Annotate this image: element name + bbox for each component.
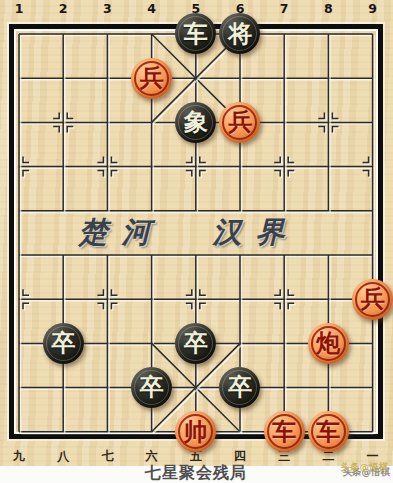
piece-red-chariot[interactable]: 车 [308, 411, 349, 452]
watermark: 头条@悟棋 头条@悟棋 [331, 458, 391, 480]
piece-black-elephant[interactable]: 象 [175, 102, 216, 143]
piece-red-chariot[interactable]: 车 [264, 411, 305, 452]
watermark-text: 头条@悟棋 [341, 461, 389, 474]
piece-red-soldier[interactable]: 兵 [131, 58, 172, 99]
piece-black-soldier[interactable]: 卒 [175, 323, 216, 364]
piece-red-cannon[interactable]: 炮 [308, 323, 349, 364]
piece-black-general[interactable]: 将 [219, 13, 260, 54]
piece-grid: 车将兵象兵兵卒卒炮卒卒帅车车 [0, 12, 393, 454]
piece-black-soldier[interactable]: 卒 [219, 367, 260, 408]
xiangqi-diagram: 123456789 九八七六五四三二一 楚河 汉界 车将兵象兵兵卒卒炮卒卒帅车车… [0, 0, 393, 483]
endgame-title: 七星聚会残局 [145, 463, 247, 483]
piece-black-soldier[interactable]: 卒 [131, 367, 172, 408]
piece-red-soldier[interactable]: 兵 [219, 102, 260, 143]
piece-red-general[interactable]: 帅 [175, 411, 216, 452]
piece-black-chariot[interactable]: 车 [175, 13, 216, 54]
piece-red-soldier[interactable]: 兵 [352, 279, 393, 320]
piece-black-soldier[interactable]: 卒 [43, 323, 84, 364]
